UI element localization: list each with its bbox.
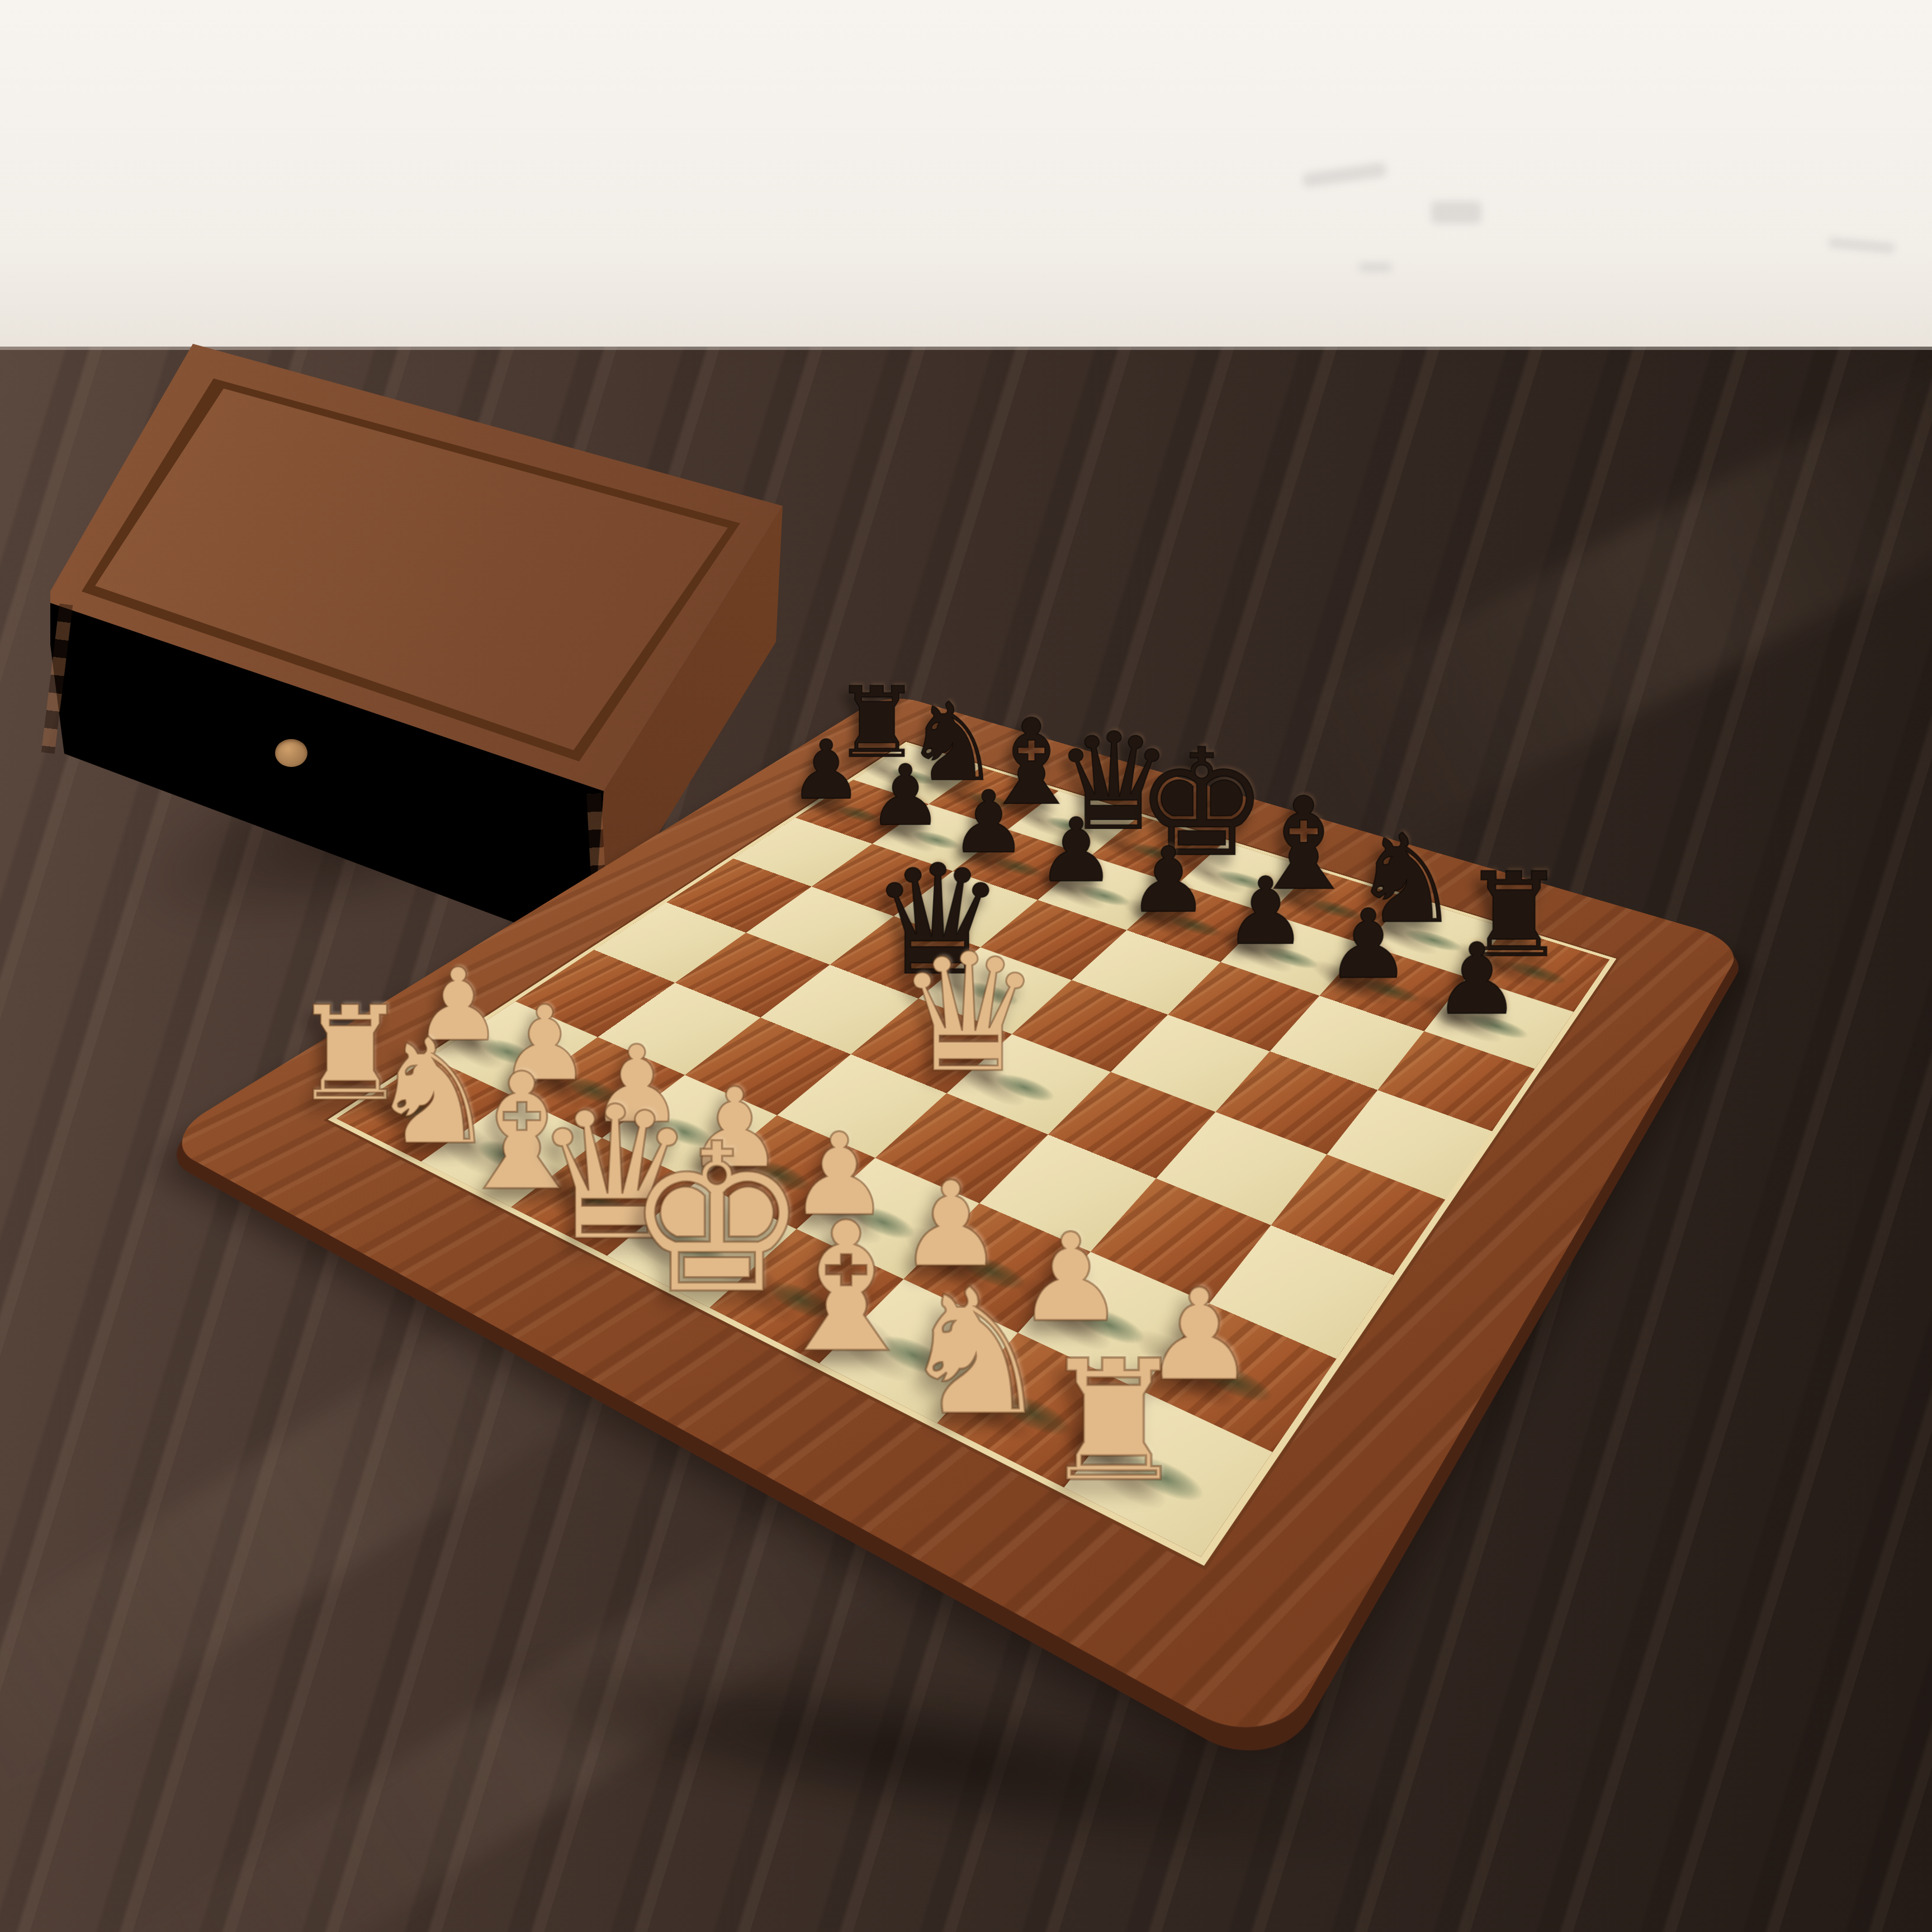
square-h1[interactable]: ♜ <box>1064 1390 1272 1557</box>
wall-scuff <box>1827 238 1895 253</box>
table-grain-sheen <box>1292 340 1932 856</box>
background-wall <box>0 0 1932 358</box>
storage-box-lid-dot <box>275 739 307 767</box>
black-pawn[interactable]: ♟ <box>1325 897 1410 992</box>
white-knight[interactable]: ♞ <box>897 1266 1053 1439</box>
wall-scuff <box>1302 162 1387 188</box>
white-rook[interactable]: ♜ <box>1039 1338 1188 1505</box>
square-b4[interactable] <box>675 932 830 1017</box>
black-pawn[interactable]: ♟ <box>868 754 943 837</box>
black-pawn[interactable]: ♟ <box>1432 930 1521 1029</box>
wall-scuff <box>1358 263 1392 272</box>
scene: ♜♞♝♛♚♝♞♜♟♟♟♟♟♟♟♟♛♛♟♟♟♟♟♟♟♟♜♞♝♛♚♝♞♜ <box>0 0 1932 1932</box>
black-pawn[interactable]: ♟ <box>1128 835 1209 926</box>
black-pawn[interactable]: ♟ <box>1224 865 1307 958</box>
white-queen[interactable]: ♛ <box>895 931 1041 1095</box>
black-pawn[interactable]: ♟ <box>1036 807 1115 895</box>
wall-scuff <box>1431 201 1481 224</box>
black-pawn[interactable]: ♟ <box>789 729 863 811</box>
